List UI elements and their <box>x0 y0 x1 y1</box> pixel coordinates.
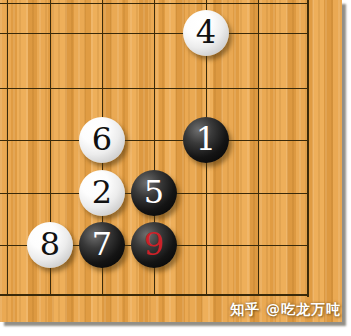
move-number: 8 <box>40 228 60 260</box>
move-number: 5 <box>144 176 164 208</box>
move-number: 9 <box>144 228 164 260</box>
grid-line-horizontal <box>0 3 309 4</box>
move-number: 1 <box>196 123 216 155</box>
move-number: 4 <box>196 16 216 48</box>
stone-black-move-5-Q3[interactable]: 5 <box>131 170 177 216</box>
grid-line-vertical <box>7 0 8 296</box>
grid-line-horizontal <box>0 140 309 141</box>
grid-line-horizontal <box>0 33 309 34</box>
stone-black-move-7-P2[interactable]: 7 <box>79 222 125 268</box>
watermark: 知乎 @吃龙万吨 <box>230 301 341 319</box>
stone-white-move-4-R6[interactable]: 4 <box>183 10 229 56</box>
stone-black-move-9-Q2[interactable]: 9 <box>131 222 177 268</box>
board-right-edge-line <box>307 0 309 297</box>
move-number: 7 <box>92 228 112 260</box>
grid-line-horizontal <box>0 88 309 89</box>
grid-line-vertical <box>258 0 259 296</box>
move-number: 2 <box>92 176 112 208</box>
stone-white-move-8-O2[interactable]: 8 <box>27 222 73 268</box>
stone-white-move-2-P3[interactable]: 2 <box>79 170 125 216</box>
board-bottom-edge-line <box>0 294 309 296</box>
move-number: 6 <box>92 123 112 155</box>
stone-black-move-1-R4[interactable]: 1 <box>183 117 229 163</box>
stone-white-move-6-P4[interactable]: 6 <box>79 117 125 163</box>
go-board[interactable]: 12456789 <box>0 0 342 322</box>
go-diagram-screenshot: 12456789 知乎 @吃龙万吨 <box>0 0 351 336</box>
